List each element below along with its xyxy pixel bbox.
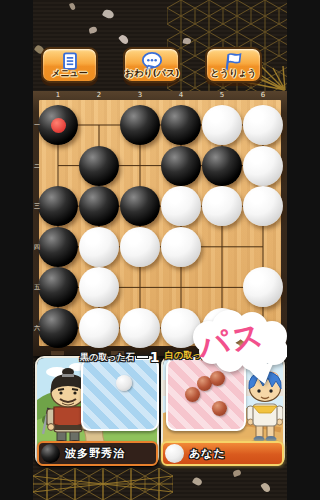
- row-label-五: 五: [34, 284, 40, 290]
- pass-button-label: おわり(パス): [125, 67, 178, 80]
- black-stone-icon: [41, 444, 60, 463]
- black-player-name: 波多野秀治: [65, 446, 125, 461]
- black-captures-tray: [81, 358, 159, 431]
- black-stone-3-一: [120, 105, 160, 145]
- column-label-1: 1: [56, 91, 60, 99]
- black-stone-1-四: [38, 227, 78, 267]
- white-stone-6-一: [243, 105, 283, 145]
- column-label-5: 5: [220, 91, 224, 99]
- last-move-marker: [51, 118, 66, 133]
- captured-white-stone: [116, 375, 132, 391]
- sakura-petal: [260, 481, 271, 493]
- captured-black-stone: [185, 387, 200, 402]
- sakura-petal: [183, 37, 192, 44]
- white-stone-3-四: [120, 227, 160, 267]
- black-captures-label: 黒の取った石 1: [80, 349, 159, 365]
- black-stone-1-三: [38, 186, 78, 226]
- sakura-petal: [88, 26, 97, 34]
- sakura-petal: [69, 2, 76, 10]
- white-stone-2-六: [79, 308, 119, 348]
- resign-button-label: とうりょう: [207, 67, 260, 80]
- column-label-2: 2: [97, 91, 101, 99]
- row-label-二: 二: [34, 163, 40, 169]
- resign-button[interactable]: とうりょう: [205, 47, 262, 83]
- black-stone-3-三: [120, 186, 160, 226]
- column-label-4: 4: [179, 91, 183, 99]
- column-label-3: 3: [138, 91, 142, 99]
- black-player-nameplate: 波多野秀治: [37, 441, 158, 466]
- black-stone-5-二: [202, 146, 242, 186]
- white-player-name: あなた: [189, 446, 226, 461]
- menu-button[interactable]: メニュー: [41, 47, 98, 83]
- black-stone-4-一: [161, 105, 201, 145]
- sakura-petal: [118, 33, 130, 45]
- white-player-nameplate: あなた: [161, 441, 284, 466]
- white-stone-4-三: [161, 186, 201, 226]
- label-dash: [137, 356, 148, 358]
- column-label-6: 6: [261, 91, 265, 99]
- row-label-三: 三: [34, 203, 40, 209]
- app-screen: メニュー おわり(パス) とうりょう 123456 一二三四五六: [33, 0, 287, 500]
- white-stone-6-二: [243, 146, 283, 186]
- sakura-petal: [102, 8, 115, 20]
- white-stone-icon: [165, 444, 184, 463]
- white-stone-2-四: [79, 227, 119, 267]
- black-stone-2-三: [79, 186, 119, 226]
- black-stone-2-二: [79, 146, 119, 186]
- black-stone-4-二: [161, 146, 201, 186]
- sakura-petal: [192, 476, 203, 487]
- pass-button[interactable]: おわり(パス): [123, 47, 180, 83]
- sakura-petal: [232, 469, 242, 477]
- white-stone-5-一: [202, 105, 242, 145]
- asanoha-pattern-bottom-left: [33, 468, 173, 500]
- black-captures-count: 1: [150, 349, 160, 365]
- row-label-一: 一: [34, 122, 40, 128]
- white-stone-5-三: [202, 186, 242, 226]
- white-stone-6-三: [243, 186, 283, 226]
- black-stone-1-一: [38, 105, 78, 145]
- black-stone-1-六: [38, 308, 78, 348]
- captured-black-stone: [212, 401, 227, 416]
- row-label-六: 六: [34, 325, 40, 331]
- white-stone-4-四: [161, 227, 201, 267]
- pass-stamp: パス: [185, 306, 287, 386]
- menu-button-label: メニュー: [43, 67, 96, 80]
- row-label-四: 四: [34, 244, 40, 250]
- white-stone-3-六: [120, 308, 160, 348]
